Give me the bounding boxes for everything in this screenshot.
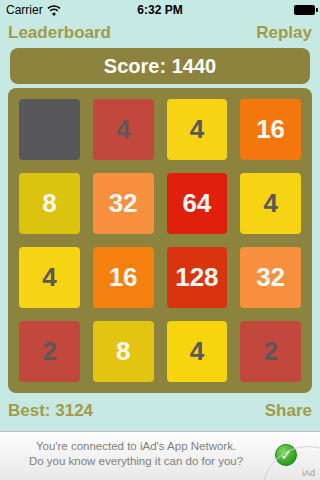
- score-label: Score: 1440: [104, 55, 216, 78]
- tile-4: 4: [167, 321, 228, 382]
- replay-button[interactable]: Replay: [256, 23, 312, 43]
- tile-8: 8: [19, 173, 80, 234]
- nav-bar: Leaderboard Replay: [0, 20, 320, 46]
- tile-16: 16: [93, 247, 154, 308]
- ad-line2: Do you know everything it can do for you…: [0, 454, 272, 469]
- tile-4: 4: [19, 247, 80, 308]
- footer-bar: Best: 3124 Share: [0, 395, 320, 427]
- status-bar: Carrier 6:32 PM: [0, 0, 320, 20]
- tile-128: 128: [167, 247, 228, 308]
- tile-4: 4: [93, 99, 154, 160]
- tile-2: 2: [240, 321, 301, 382]
- battery-icon: [294, 5, 315, 15]
- app-screen: { "game": "2048", "position": { "grid": …: [0, 0, 320, 480]
- tile-4: 4: [167, 99, 228, 160]
- score-display: Score: 1440: [10, 48, 310, 84]
- best-score-label: Best: 3124: [8, 401, 93, 421]
- leaderboard-button[interactable]: Leaderboard: [8, 23, 111, 43]
- tile-8: 8: [93, 321, 154, 382]
- tile-32: 32: [240, 247, 301, 308]
- status-time: 6:32 PM: [0, 3, 320, 17]
- tile-empty: [19, 99, 80, 160]
- share-button[interactable]: Share: [265, 401, 312, 421]
- tile-16: 16: [240, 99, 301, 160]
- iad-banner[interactable]: You're connected to iAd's App Network. D…: [0, 431, 320, 480]
- tile-32: 32: [93, 173, 154, 234]
- ad-line1: You're connected to iAd's App Network.: [0, 439, 272, 454]
- board-grid[interactable]: 4416832644416128322842: [8, 88, 312, 393]
- iad-brand-label: iAd: [302, 468, 315, 478]
- tile-64: 64: [167, 173, 228, 234]
- tile-2: 2: [19, 321, 80, 382]
- tile-4: 4: [240, 173, 301, 234]
- ad-message: You're connected to iAd's App Network. D…: [0, 439, 272, 469]
